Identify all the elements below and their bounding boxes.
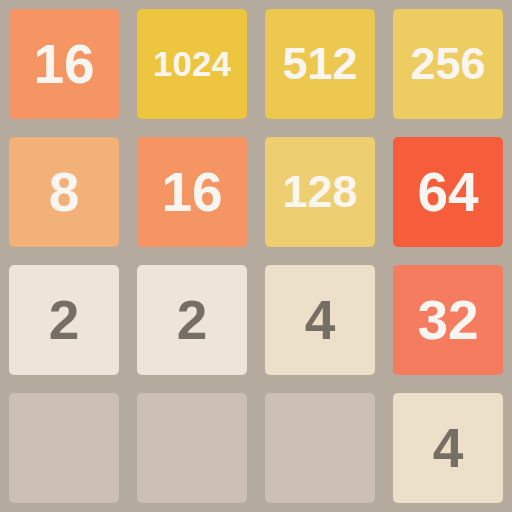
tile-r3c1: 2 xyxy=(9,265,119,375)
tile-r1c2: 1024 xyxy=(137,9,247,119)
tile-r4c4: 4 xyxy=(393,393,503,503)
tile-r1c1: 16 xyxy=(9,9,119,119)
tile-r2c3: 128 xyxy=(265,137,375,247)
tile-r3c4: 32 xyxy=(393,265,503,375)
tile-r4c3 xyxy=(265,393,375,503)
tile-r2c2: 16 xyxy=(137,137,247,247)
tile-r3c2: 2 xyxy=(137,265,247,375)
tile-r2c4: 64 xyxy=(393,137,503,247)
tile-r3c3: 4 xyxy=(265,265,375,375)
tile-r4c2 xyxy=(137,393,247,503)
tile-r4c1 xyxy=(9,393,119,503)
2048-board[interactable]: 16 1024 512 256 8 16 128 64 2 2 4 32 4 xyxy=(0,0,512,512)
tile-r2c1: 8 xyxy=(9,137,119,247)
tile-r1c4: 256 xyxy=(393,9,503,119)
tile-r1c3: 512 xyxy=(265,9,375,119)
